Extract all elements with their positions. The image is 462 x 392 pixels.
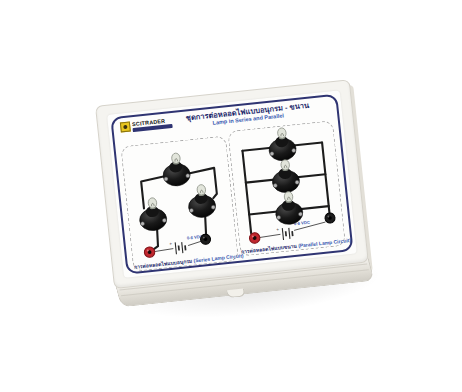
wire-right-rail [322,142,330,214]
brand-logo: SCITRADER [120,117,169,132]
black-binding-post [200,234,211,245]
red-binding-post [144,246,155,257]
printed-panel: SCITRADER ชุดการต่อหลอดไฟแบบอนุกรม - ขนา… [107,90,357,278]
lamp-holder [161,152,191,187]
panel-frame: SCITRADER ชุดการต่อหลอดไฟแบบอนุกรม - ขนา… [110,94,353,275]
lamp-holder [274,190,304,225]
battery-plus-mark: + [169,241,173,246]
series-circuit-section: + 0-6 VDC [120,135,239,271]
parallel-circuit-drawing: + 0-6 VDC [228,121,344,255]
wire-right-to-black-post [204,217,207,235]
product-photo: SCITRADER ชุดการต่อหลอดไฟแบบอนุกรม - ขนา… [0,0,462,392]
lamp-holder [186,183,216,218]
battery-plus-mark: + [276,227,280,232]
case-top-face: SCITRADER ชุดการต่อหลอดไฟแบบอนุกรม - ขนา… [95,79,369,289]
parallel-circuit-section: + 0-6 VDC [227,120,346,256]
brand-logo-icon [120,121,131,132]
lamp-holder [137,197,167,232]
lamp-holder [270,158,300,193]
lamp-holder [267,127,297,162]
circuit-demo-board: SCITRADER ชุดการต่อหลอดไฟแบบอนุกรม - ขนา… [95,79,367,287]
wire-left-rail [242,151,254,237]
series-circuit-drawing: + 0-6 VDC [121,137,237,271]
red-binding-post [249,232,260,243]
black-binding-post [325,213,336,224]
battery-symbol: + 0-6 VDC [153,234,204,257]
